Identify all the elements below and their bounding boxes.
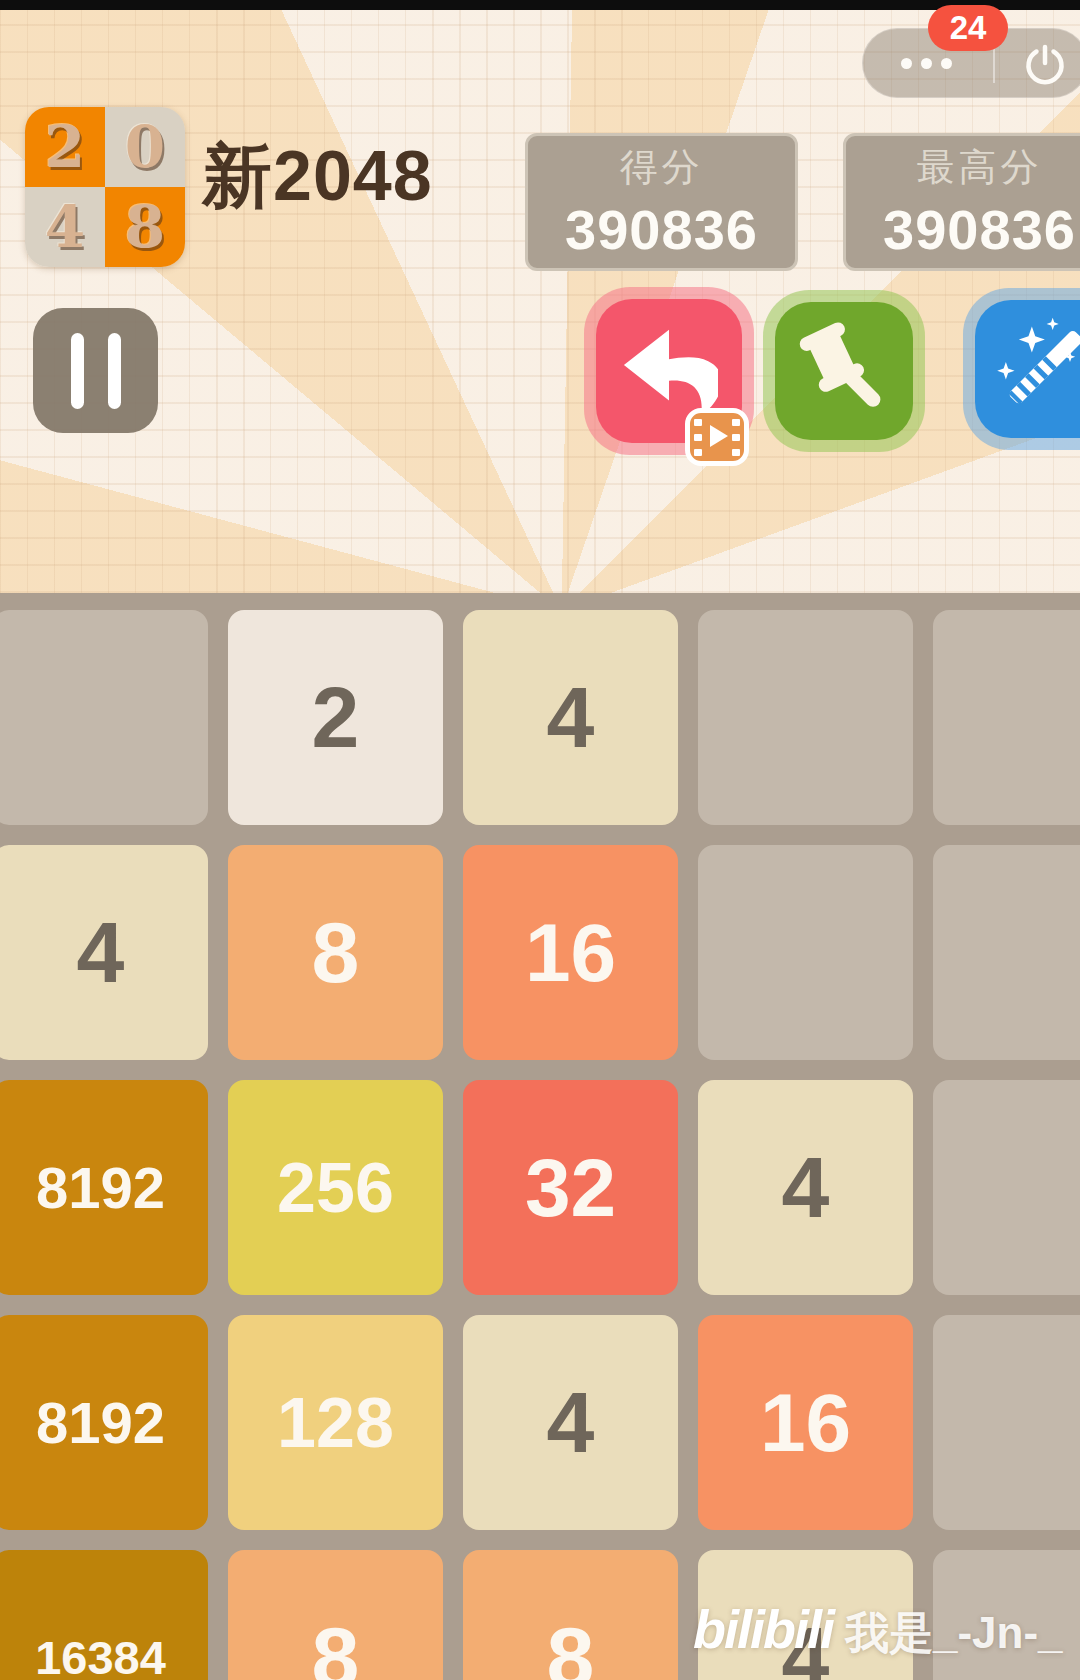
screen: { "game": "2048", "variant_title": "新204… [0,0,1080,1680]
board-grid[interactable]: 2448168192256324819212841616384884 [0,610,1080,1680]
watermark: bilibili 我是_-Jn-_ [693,1598,1063,1663]
tile-256: 256 [228,1080,443,1295]
undo-arrow-icon [620,322,718,420]
system-top-strip [0,0,1080,10]
hammer-tool-button[interactable] [763,290,925,452]
best-score-box: 最高分 390836 [843,133,1080,271]
film-sprocket [694,449,702,456]
tile-8: 8 [228,845,443,1060]
notification-badge: 24 [928,5,1008,51]
score-value: 390836 [565,197,758,262]
best-score-value: 390836 [883,197,1076,262]
logo-tile-4: 4 [25,187,105,267]
tile-2: 2 [228,610,443,825]
tile-8: 8 [228,1550,443,1680]
logo-tile-0: 0 [105,107,185,187]
score-label: 得分 [620,142,704,193]
pause-icon [71,333,84,409]
film-sprocket [732,434,740,441]
tile-4: 4 [463,1315,678,1530]
empty-cell [933,610,1080,825]
tile-8: 8 [463,1550,678,1680]
watch-ad-video-badge[interactable] [685,408,749,466]
page-title: 新2048 [202,134,433,218]
more-menu-icon[interactable] [901,58,952,69]
tile-32: 32 [463,1080,678,1295]
empty-cell [0,610,208,825]
tile-4: 4 [0,845,208,1060]
empty-cell [933,1315,1080,1530]
tile-16: 16 [698,1315,913,1530]
logo-tile-2: 2 [25,107,105,187]
empty-cell [933,1080,1080,1295]
film-sprocket [694,434,702,441]
logo-tile-8: 8 [105,187,185,267]
best-score-label: 最高分 [917,142,1043,193]
film-sprocket [694,419,702,426]
watermark-username: 我是_-Jn-_ [845,1604,1063,1663]
film-sprocket [732,419,740,426]
tile-16384: 16384 [0,1550,208,1680]
tile-8192: 8192 [0,1080,208,1295]
empty-cell [698,610,913,825]
tile-16: 16 [463,845,678,1060]
magic-wand-tool-button[interactable] [963,288,1080,450]
magic-wand-icon [992,317,1080,421]
score-box: 得分 390836 [525,133,798,271]
film-sprocket [732,449,740,456]
gavel-icon [792,319,896,423]
empty-cell [698,845,913,1060]
tile-4: 4 [698,1080,913,1295]
play-triangle-icon [710,425,728,447]
capsule-divider [993,45,995,83]
tile-4: 4 [463,610,678,825]
power-exit-icon[interactable] [1021,41,1069,89]
empty-cell [933,845,1080,1060]
app-logo-2048: 2 0 4 8 [25,107,185,267]
pause-button[interactable] [33,308,158,433]
tile-8192: 8192 [0,1315,208,1530]
tile-128: 128 [228,1315,443,1530]
bilibili-logo: bilibili [693,1598,833,1660]
pause-icon [108,333,121,409]
